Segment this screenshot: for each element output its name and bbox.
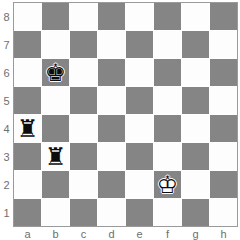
square-d5[interactable] [98,87,125,114]
square-c5[interactable] [70,87,97,114]
square-c7[interactable] [70,31,97,58]
square-a8[interactable] [14,3,41,30]
square-g1[interactable] [182,199,209,226]
rank-label-1: 1 [0,199,13,226]
rank-label-7: 7 [0,31,13,58]
square-h1[interactable] [210,199,237,226]
black-rook: ♜ [42,143,69,170]
square-a6[interactable] [14,59,41,86]
square-f1[interactable] [154,199,181,226]
square-d2[interactable] [98,171,125,198]
square-h7[interactable] [210,31,237,58]
file-label-b: b [42,227,69,240]
square-e7[interactable] [126,31,153,58]
rank-label-2: 2 [0,171,13,198]
square-d4[interactable] [98,115,125,142]
square-e2[interactable] [126,171,153,198]
square-b8[interactable] [42,3,69,30]
square-c6[interactable] [70,59,97,86]
square-a2[interactable] [14,171,41,198]
square-c2[interactable] [70,171,97,198]
rank-label-8: 8 [0,3,13,30]
square-c4[interactable] [70,115,97,142]
chess-diagram: 87654321 ♚♜♜♚♔ abcdefgh [0,0,240,240]
square-d6[interactable] [98,59,125,86]
square-g7[interactable] [182,31,209,58]
square-e5[interactable] [126,87,153,114]
square-b5[interactable] [42,87,69,114]
file-label-g: g [182,227,209,240]
square-a3[interactable] [14,143,41,170]
square-a5[interactable] [14,87,41,114]
square-d1[interactable] [98,199,125,226]
square-f2[interactable]: ♚♔ [154,171,181,198]
square-c3[interactable] [70,143,97,170]
square-h5[interactable] [210,87,237,114]
rank-labels: 87654321 [0,3,13,226]
square-a4[interactable]: ♜ [14,115,41,142]
square-f8[interactable] [154,3,181,30]
square-g2[interactable] [182,171,209,198]
square-f5[interactable] [154,87,181,114]
square-f6[interactable] [154,59,181,86]
square-h3[interactable] [210,143,237,170]
square-b4[interactable] [42,115,69,142]
square-e3[interactable] [126,143,153,170]
square-e6[interactable] [126,59,153,86]
square-h4[interactable] [210,115,237,142]
square-g4[interactable] [182,115,209,142]
rank-label-6: 6 [0,59,13,86]
square-e4[interactable] [126,115,153,142]
square-c1[interactable] [70,199,97,226]
square-d7[interactable] [98,31,125,58]
square-b7[interactable] [42,31,69,58]
square-g6[interactable] [182,59,209,86]
square-f7[interactable] [154,31,181,58]
square-h2[interactable] [210,171,237,198]
black-rook: ♜ [14,115,41,142]
square-d8[interactable] [98,3,125,30]
rank-label-5: 5 [0,87,13,114]
file-label-a: a [14,227,41,240]
black-king: ♚ [42,59,69,86]
square-g5[interactable] [182,87,209,114]
square-a1[interactable] [14,199,41,226]
board: ♚♜♜♚♔ [13,2,238,227]
file-label-c: c [70,227,97,240]
square-b1[interactable] [42,199,69,226]
square-e8[interactable] [126,3,153,30]
rank-label-3: 3 [0,143,13,170]
square-f4[interactable] [154,115,181,142]
file-label-d: d [98,227,125,240]
square-a7[interactable] [14,31,41,58]
square-b3[interactable]: ♜ [42,143,69,170]
square-g3[interactable] [182,143,209,170]
white-king-fill: ♚ [154,171,181,198]
square-h6[interactable] [210,59,237,86]
square-b2[interactable] [42,171,69,198]
square-e1[interactable] [126,199,153,226]
white-king: ♔ [154,171,181,198]
file-labels: abcdefgh [14,227,237,240]
square-c8[interactable] [70,3,97,30]
file-label-f: f [154,227,181,240]
square-d3[interactable] [98,143,125,170]
file-label-e: e [126,227,153,240]
square-h8[interactable] [210,3,237,30]
file-label-h: h [210,227,237,240]
square-f3[interactable] [154,143,181,170]
square-b6[interactable]: ♚ [42,59,69,86]
square-g8[interactable] [182,3,209,30]
rank-label-4: 4 [0,115,13,142]
